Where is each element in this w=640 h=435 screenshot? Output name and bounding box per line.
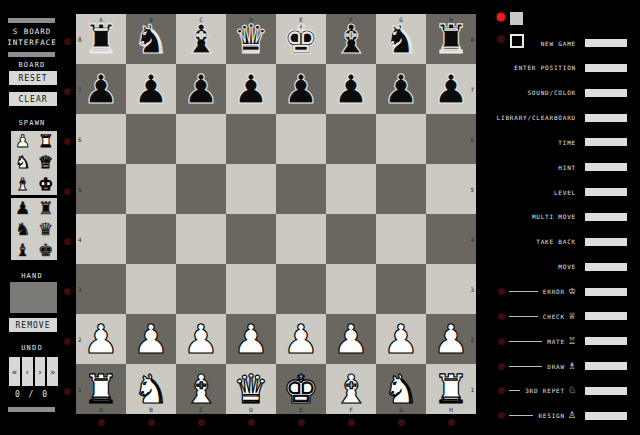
square-e3[interactable] — [276, 264, 326, 314]
status-row-check: CHECK♕ — [496, 310, 640, 323]
square-f8[interactable]: F♝ — [326, 14, 376, 64]
square-d4[interactable] — [226, 214, 276, 264]
menu-label-level: LEVEL — [554, 189, 576, 196]
draw-button[interactable] — [585, 362, 627, 370]
square-h3[interactable]: 3 — [426, 264, 476, 314]
bishop-icon: ♗ — [568, 362, 576, 371]
square-a6[interactable]: 6 — [76, 114, 126, 164]
status-connector-line — [509, 341, 542, 342]
status-row-draw: DRAW♗ — [496, 360, 640, 373]
square-d5[interactable] — [226, 164, 276, 214]
rank-led-4 — [64, 238, 71, 245]
black-knight-b8[interactable]: ♞ — [126, 14, 176, 64]
square-a7[interactable]: 7♟ — [76, 64, 126, 114]
file-led-d — [248, 419, 255, 426]
white-pawn-d2[interactable]: ♟ — [226, 314, 276, 364]
square-g4[interactable] — [376, 214, 426, 264]
undo-counter: 0 / 0 — [0, 390, 64, 399]
white-pawn-b2[interactable]: ♟ — [126, 314, 176, 364]
hint-button[interactable] — [585, 163, 627, 171]
square-f1[interactable]: F♝ — [326, 364, 376, 414]
square-b5[interactable] — [126, 164, 176, 214]
board-section-label: BOARD — [0, 61, 64, 69]
square-e5[interactable] — [276, 164, 326, 214]
menu-label-sound-color: SOUND/COLOR — [527, 89, 576, 96]
square-g1[interactable]: G♞ — [376, 364, 426, 414]
white-king-e1[interactable]: ♚ — [276, 364, 326, 414]
undo-first-button[interactable]: « — [9, 357, 20, 386]
spawn-section-label: SPAWN — [0, 119, 64, 127]
square-a8[interactable]: A8♜ — [76, 14, 126, 64]
menu-row-multi-move: MULTI MOVE — [496, 210, 640, 223]
undo-nav: «‹›» — [9, 357, 58, 386]
error-button[interactable] — [585, 288, 627, 296]
3rd-repet-button[interactable] — [585, 387, 627, 395]
status-connector-line — [509, 415, 533, 416]
square-a5[interactable]: 5 — [76, 164, 126, 214]
status-connector-line — [509, 366, 542, 367]
spawn-black-rook[interactable]: ♜ — [34, 198, 57, 219]
check-led — [498, 313, 505, 320]
spawn-white-king[interactable]: ♚ — [34, 174, 57, 195]
spawn-white-pawn[interactable]: ♟ — [11, 131, 34, 152]
square-f3[interactable] — [326, 264, 376, 314]
square-f4[interactable] — [326, 214, 376, 264]
spawn-palette-black: ♟♜♞♛♝♚ — [11, 198, 57, 260]
rank-led-7 — [64, 88, 71, 95]
square-h5[interactable]: 5 — [426, 164, 476, 214]
draw-led — [498, 363, 505, 370]
status-connector-line — [509, 390, 520, 391]
rank-led-2 — [64, 338, 71, 345]
square-g2[interactable]: ♟ — [376, 314, 426, 364]
multi-move-button[interactable] — [585, 213, 627, 221]
square-f7[interactable]: ♟ — [326, 64, 376, 114]
square-a1[interactable]: A1♜ — [76, 364, 126, 414]
white-bishop-f1[interactable]: ♝ — [326, 364, 376, 414]
rank-led-8 — [64, 38, 71, 45]
divider-bar-mid — [8, 52, 55, 57]
square-a4[interactable]: 4 — [76, 214, 126, 264]
square-h1[interactable]: H1♜ — [426, 364, 476, 414]
spawn-white-bishop[interactable]: ♝ — [11, 174, 34, 195]
status-label-resign: RESIGN — [538, 412, 564, 419]
square-h6[interactable]: 6 — [426, 114, 476, 164]
menu-label-multi-move: MULTI MOVE — [532, 213, 576, 220]
panel-title: S BOARD INTERFACE — [0, 26, 64, 48]
black-queen-d8[interactable]: ♛ — [226, 14, 276, 64]
square-b3[interactable] — [126, 264, 176, 314]
square-d8[interactable]: D♛ — [226, 14, 276, 64]
menu-row-library-clearboard: LIBRARY/CLEARBOARD — [496, 111, 640, 124]
rank-label-left-6: 6 — [78, 136, 82, 143]
square-h2[interactable]: 2♟ — [426, 314, 476, 364]
square-d1[interactable]: D♛ — [226, 364, 276, 414]
undo-forward-button[interactable]: › — [35, 357, 46, 386]
white-pawn-h2[interactable]: ♟ — [426, 314, 476, 364]
square-b1[interactable]: B♞ — [126, 364, 176, 414]
reset-button[interactable]: RESET — [9, 71, 57, 85]
time-button[interactable] — [585, 138, 627, 146]
square-b2[interactable]: ♟ — [126, 314, 176, 364]
square-a2[interactable]: 2♟ — [76, 314, 126, 364]
rank-label-right-5: 5 — [470, 186, 474, 193]
rank-label-left-5: 5 — [78, 186, 82, 193]
status-row-mate: MATE♖ — [496, 335, 640, 348]
square-e2[interactable]: ♟ — [276, 314, 326, 364]
undo-section-label: UNDO — [0, 344, 64, 352]
mate-led — [498, 338, 505, 345]
square-d7[interactable]: ♟ — [226, 64, 276, 114]
square-c8[interactable]: C♝ — [176, 14, 226, 64]
square-c3[interactable] — [176, 264, 226, 314]
spawn-black-knight[interactable]: ♞ — [11, 219, 34, 240]
square-f2[interactable]: ♟ — [326, 314, 376, 364]
pawn-icon: ♙ — [568, 411, 576, 420]
menu-label-new-game: NEW GAME — [541, 40, 576, 47]
square-g5[interactable] — [376, 164, 426, 214]
menu-row-new-game: NEW GAME — [496, 37, 640, 50]
square-h7[interactable]: 7♟ — [426, 64, 476, 114]
square-e1[interactable]: E♚ — [276, 364, 326, 414]
square-g8[interactable]: G♞ — [376, 14, 426, 64]
square-a3[interactable]: 3 — [76, 264, 126, 314]
black-pawn-e7[interactable]: ♟ — [276, 64, 326, 114]
status-label-check: CHECK — [543, 313, 565, 320]
file-led-c — [198, 419, 205, 426]
rank-led-3 — [64, 288, 71, 295]
square-f6[interactable] — [326, 114, 376, 164]
white-pawn-c2[interactable]: ♟ — [176, 314, 226, 364]
king-icon: ♔ — [568, 287, 576, 296]
move-button[interactable] — [585, 263, 627, 271]
square-c4[interactable] — [176, 214, 226, 264]
black-king-e8[interactable]: ♚ — [276, 14, 326, 64]
hand-section-label: HAND — [0, 272, 64, 280]
menu-label-library-clearboard: LIBRARY/CLEARBOARD — [497, 114, 576, 121]
status-label-draw: DRAW — [547, 363, 565, 370]
black-pawn-f7[interactable]: ♟ — [326, 64, 376, 114]
resign-led — [498, 412, 505, 419]
knight-icon: ♘ — [568, 386, 576, 395]
square-c1[interactable]: C♝ — [176, 364, 226, 414]
black-pawn-b7[interactable]: ♟ — [126, 64, 176, 114]
square-e8[interactable]: E♚ — [276, 14, 326, 64]
clear-button[interactable]: CLEAR — [9, 92, 57, 106]
square-b7[interactable]: ♟ — [126, 64, 176, 114]
library-clearboard-button[interactable] — [585, 114, 627, 122]
white-side-icon — [510, 12, 523, 25]
rank-led-1 — [64, 388, 71, 395]
square-c5[interactable] — [176, 164, 226, 214]
divider-bar-top — [8, 18, 55, 23]
rank-led-6 — [64, 138, 71, 145]
status-label-mate: MATE — [547, 338, 565, 345]
rank-led-column — [63, 14, 73, 414]
white-pawn-f2[interactable]: ♟ — [326, 314, 376, 364]
rank-label-right-6: 6 — [470, 136, 474, 143]
white-knight-b1[interactable]: ♞ — [126, 364, 176, 414]
error-led — [498, 288, 505, 295]
square-b4[interactable] — [126, 214, 176, 264]
status-row-error: ERROR♔ — [496, 285, 640, 298]
menu-label-enter-position: ENTER POSITION — [514, 64, 576, 71]
divider-bar-bottom — [8, 407, 55, 412]
white-knight-g1[interactable]: ♞ — [376, 364, 426, 414]
file-led-g — [398, 419, 405, 426]
black-pawn-h7[interactable]: ♟ — [426, 64, 476, 114]
right-control-panel: NEW GAMEENTER POSITIONSOUND/COLORLIBRARY… — [496, 0, 640, 435]
white-turn-led — [497, 13, 505, 21]
file-led-a — [98, 419, 105, 426]
square-h4[interactable]: 4 — [426, 214, 476, 264]
panel-title-line1: S BOARD — [0, 26, 64, 37]
square-e7[interactable]: ♟ — [276, 64, 326, 114]
square-c2[interactable]: ♟ — [176, 314, 226, 364]
file-led-f — [348, 419, 355, 426]
square-e6[interactable] — [276, 114, 326, 164]
rank-label-left-4: 4 — [78, 236, 82, 243]
3rd-repet-led — [498, 387, 505, 394]
white-rook-a1[interactable]: ♜ — [76, 364, 126, 414]
black-bishop-c8[interactable]: ♝ — [176, 14, 226, 64]
square-c6[interactable] — [176, 114, 226, 164]
level-button[interactable] — [585, 188, 627, 196]
rank-label-left-3: 3 — [78, 286, 82, 293]
queen-icon: ♕ — [568, 312, 576, 321]
new-game-button[interactable] — [585, 39, 627, 47]
spawn-palette-white: ♟♜♞♛♝♚ — [11, 131, 57, 195]
square-d6[interactable] — [226, 114, 276, 164]
undo-last-button[interactable]: » — [47, 357, 58, 386]
black-rook-a8[interactable]: ♜ — [76, 14, 126, 64]
rank-label-right-3: 3 — [470, 286, 474, 293]
status-label-error: ERROR — [543, 288, 565, 295]
menu-row-take-back: TAKE BACK — [496, 235, 640, 248]
enter-position-button[interactable] — [585, 64, 627, 72]
status-row-3rd-repet: 3RD REPET♘ — [496, 384, 640, 397]
menu-label-hint: HINT — [558, 164, 576, 171]
status-connector-line — [509, 291, 538, 292]
spawn-white-knight[interactable]: ♞ — [11, 152, 34, 173]
square-h8[interactable]: H8♜ — [426, 14, 476, 64]
white-rook-h1[interactable]: ♜ — [426, 364, 476, 414]
spawn-black-pawn[interactable]: ♟ — [11, 198, 34, 219]
spawn-black-queen[interactable]: ♛ — [34, 219, 57, 240]
file-led-e — [298, 419, 305, 426]
chess-board: A8♜B♞C♝D♛E♚F♝G♞H8♜7♟♟♟♟♟♟♟7♟665544332♟♟♟… — [76, 14, 476, 414]
square-g7[interactable]: ♟ — [376, 64, 426, 114]
black-pawn-d7[interactable]: ♟ — [226, 64, 276, 114]
square-g3[interactable] — [376, 264, 426, 314]
panel-title-line2: INTERFACE — [0, 37, 64, 48]
menu-label-take-back: TAKE BACK — [536, 238, 576, 245]
black-pawn-a7[interactable]: ♟ — [76, 64, 126, 114]
spawn-black-king[interactable]: ♚ — [34, 240, 57, 261]
white-pawn-e2[interactable]: ♟ — [276, 314, 326, 364]
black-knight-g8[interactable]: ♞ — [376, 14, 426, 64]
hand-slot[interactable] — [10, 282, 57, 313]
resign-button[interactable] — [585, 412, 627, 420]
file-led-row — [76, 418, 476, 428]
square-b8[interactable]: B♞ — [126, 14, 176, 64]
status-connector-line — [509, 316, 538, 317]
square-e4[interactable] — [276, 214, 326, 264]
black-pawn-c7[interactable]: ♟ — [176, 64, 226, 114]
black-rook-h8[interactable]: ♜ — [426, 14, 476, 64]
menu-label-move: MOVE — [558, 263, 576, 270]
square-f5[interactable] — [326, 164, 376, 214]
spawn-white-rook[interactable]: ♜ — [34, 131, 57, 152]
square-d2[interactable]: ♟ — [226, 314, 276, 364]
check-button[interactable] — [585, 312, 627, 320]
rank-label-right-4: 4 — [470, 236, 474, 243]
remove-button[interactable]: REMOVE — [9, 318, 57, 332]
white-bishop-c1[interactable]: ♝ — [176, 364, 226, 414]
square-b6[interactable] — [126, 114, 176, 164]
menu-row-time: TIME — [496, 136, 640, 149]
menu-row-level: LEVEL — [496, 186, 640, 199]
white-queen-d1[interactable]: ♛ — [226, 364, 276, 414]
black-pawn-g7[interactable]: ♟ — [376, 64, 426, 114]
mate-button[interactable] — [585, 337, 627, 345]
menu-label-time: TIME — [558, 139, 576, 146]
status-row-resign: RESIGN♙ — [496, 409, 640, 422]
spawn-black-bishop[interactable]: ♝ — [11, 240, 34, 261]
rank-led-5 — [64, 188, 71, 195]
take-back-button[interactable] — [585, 238, 627, 246]
menu-row-hint: HINT — [496, 161, 640, 174]
black-bishop-f8[interactable]: ♝ — [326, 14, 376, 64]
menu-row-move: MOVE — [496, 260, 640, 273]
spawn-white-queen[interactable]: ♛ — [34, 152, 57, 173]
square-g6[interactable] — [376, 114, 426, 164]
white-pawn-a2[interactable]: ♟ — [76, 314, 126, 364]
menu-row-enter-position: ENTER POSITION — [496, 61, 640, 74]
file-led-h — [448, 419, 455, 426]
sound-color-button[interactable] — [585, 89, 627, 97]
undo-back-button[interactable]: ‹ — [22, 357, 33, 386]
white-pawn-g2[interactable]: ♟ — [376, 314, 426, 364]
square-c7[interactable]: ♟ — [176, 64, 226, 114]
file-led-b — [148, 419, 155, 426]
rook-icon: ♖ — [568, 337, 576, 346]
status-label-3rd-repet: 3RD REPET — [525, 387, 565, 394]
square-d3[interactable] — [226, 264, 276, 314]
menu-row-sound-color: SOUND/COLOR — [496, 86, 640, 99]
